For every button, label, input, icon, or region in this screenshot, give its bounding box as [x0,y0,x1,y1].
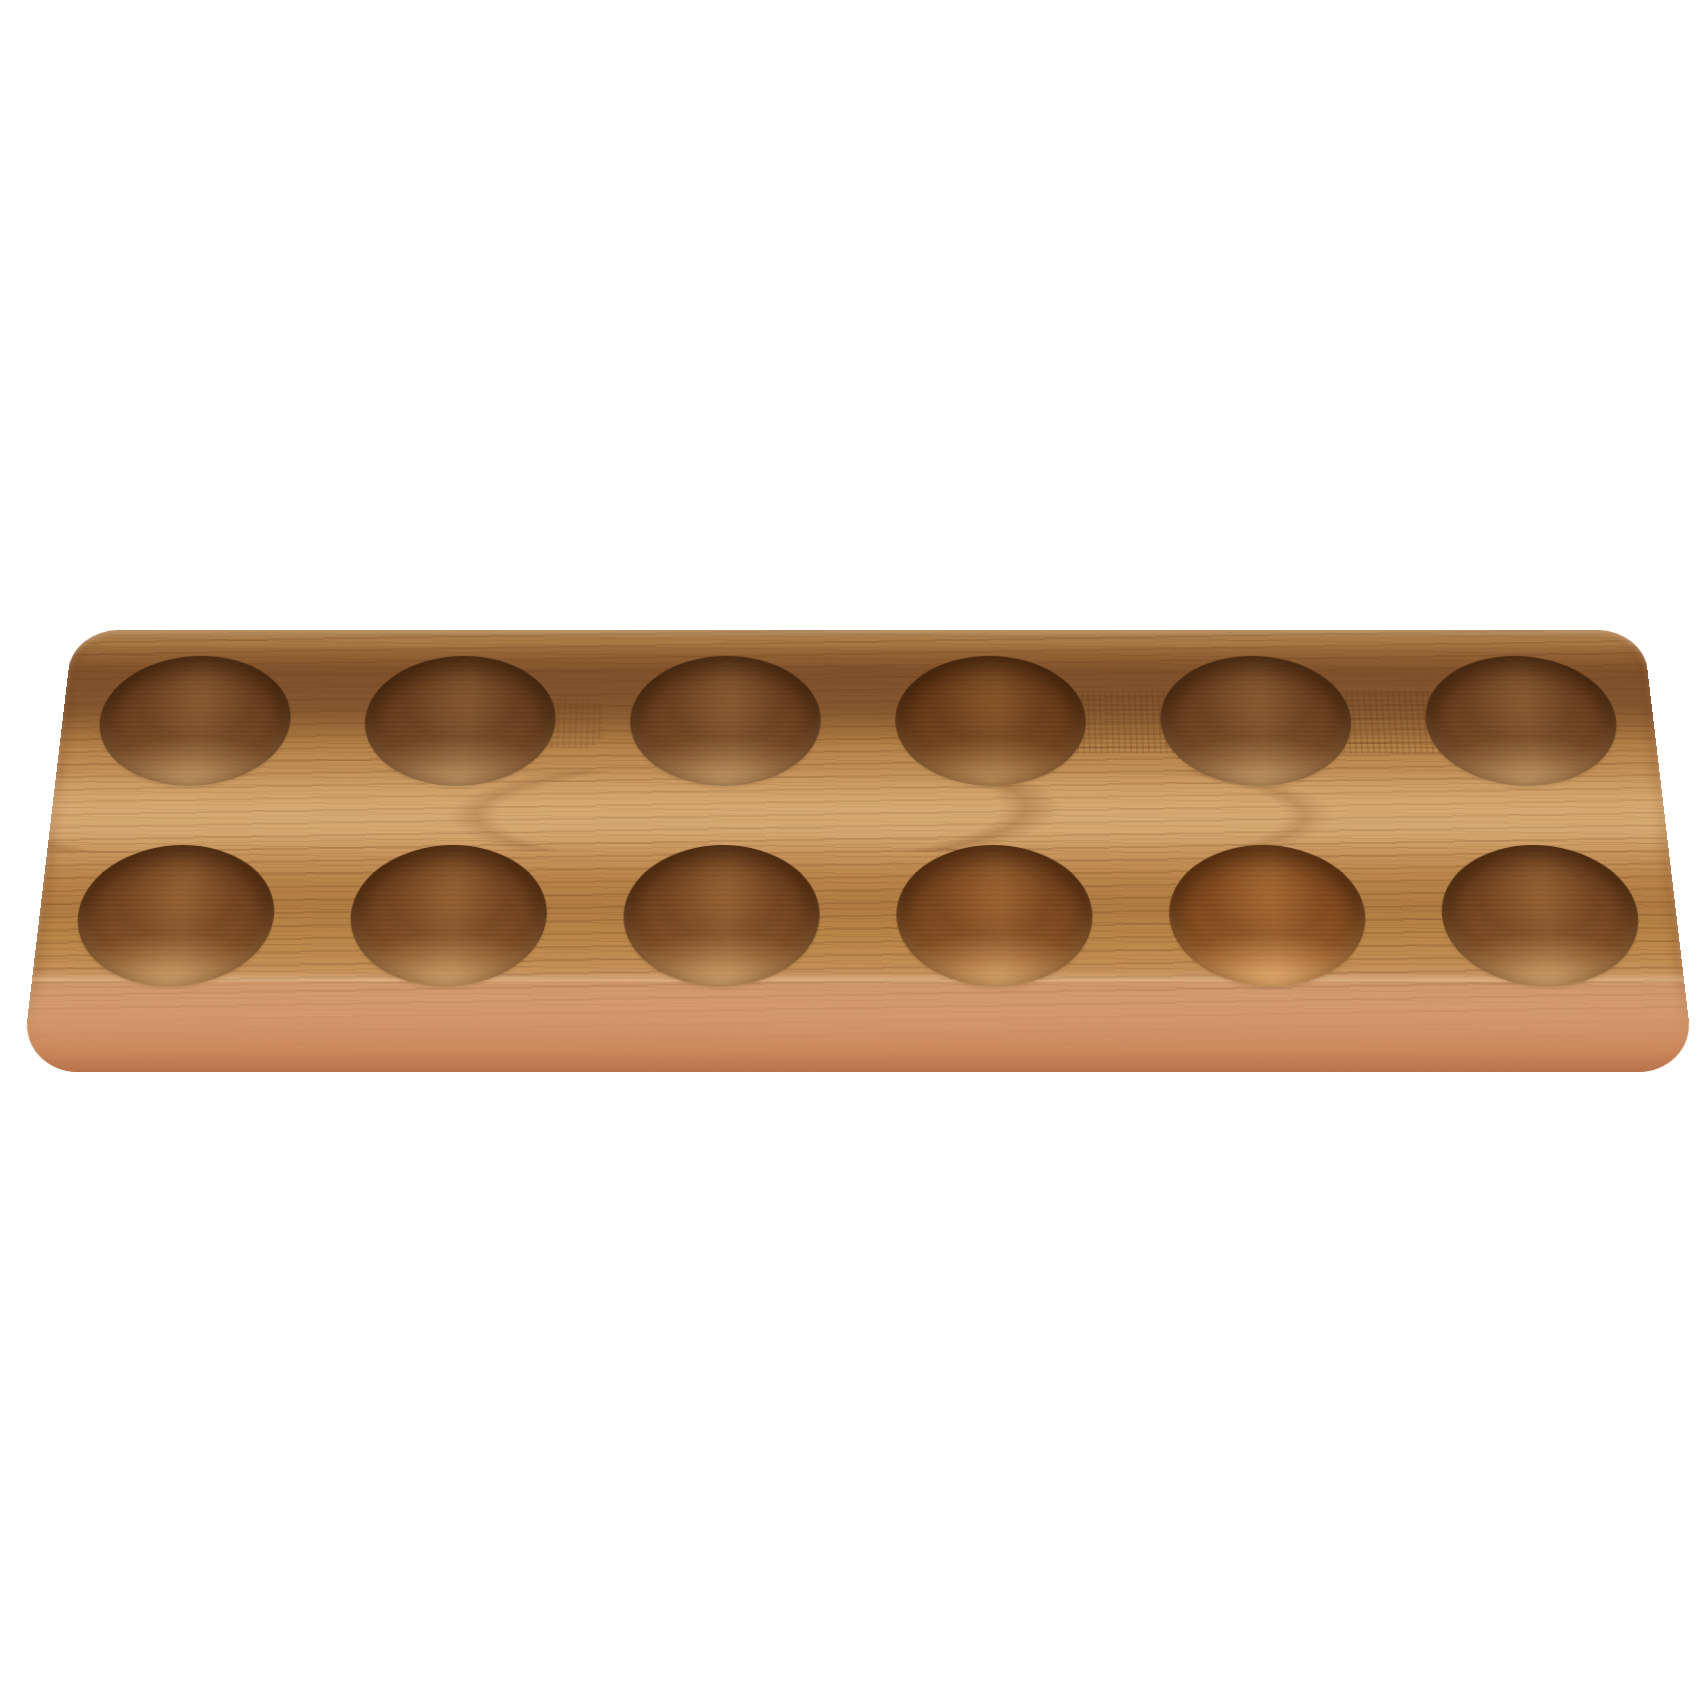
board-surface [21,630,1695,1072]
pit-r1c1[interactable] [92,656,296,786]
pit-cell [1128,845,1409,987]
pit-cell [307,845,588,987]
pit-cell [1398,845,1685,987]
pit-cell [858,656,1126,786]
pit-r2c2[interactable] [345,845,550,987]
pit-grid [21,630,1695,1072]
pit-r2c6[interactable] [1436,845,1646,987]
pit-cell [1121,656,1394,786]
pit-cell [31,845,318,987]
pit-r1c6[interactable] [1420,656,1624,786]
pit-r2c5[interactable] [1166,845,1371,987]
pit-r1c3[interactable] [628,656,821,786]
pit-cell [858,845,1134,987]
pit-r2c3[interactable] [621,845,820,987]
mancala-board [48,618,1668,1070]
pit-cell [323,656,596,786]
pit-r2c1[interactable] [70,845,280,987]
pit-cell [55,656,333,786]
pit-r1c2[interactable] [360,656,559,786]
photo-background [0,0,1700,1700]
pit-cell [1383,656,1661,786]
pit-cell [582,845,858,987]
pit-r1c4[interactable] [895,656,1088,786]
pit-r1c5[interactable] [1157,656,1356,786]
pit-cell [590,656,858,786]
pit-r2c4[interactable] [896,845,1095,987]
